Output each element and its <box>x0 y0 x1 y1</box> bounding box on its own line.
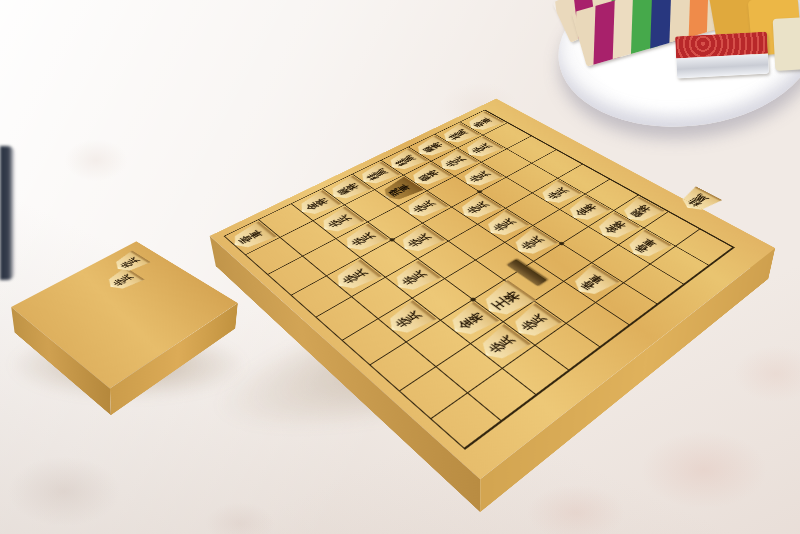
shogi-piece-pawn: 歩兵 <box>380 300 436 339</box>
shogi-piece-bishop-lying-on-side <box>507 259 548 286</box>
shogi-piece-gold: 金将 <box>443 302 500 342</box>
photo-scene: 歩兵歩兵 香車金将銀将桂馬桂馬銀将桂馬香車歩兵飛車銀将歩兵歩兵歩兵歩兵歩兵歩兵歩… <box>0 0 800 534</box>
star-point <box>476 190 483 194</box>
star-point <box>558 241 565 245</box>
board-top-surface: 香車金将銀将桂馬桂馬銀将桂馬香車歩兵飛車銀将歩兵歩兵歩兵歩兵歩兵歩兵歩兵歩兵歩兵… <box>210 99 776 480</box>
shogi-piece-pawn: 歩兵 <box>506 303 563 343</box>
shogi-piece-captured-pawn: 歩兵 <box>101 267 144 293</box>
shogi-piece-pawn: 歩兵 <box>328 259 382 294</box>
shogi-board-scene: 香車金将銀将桂馬桂馬銀将桂馬香車歩兵飛車銀将歩兵歩兵歩兵歩兵歩兵歩兵歩兵歩兵歩兵… <box>150 20 800 480</box>
shogi-piece-knight-on-margin: 桂馬 <box>674 186 722 215</box>
star-point <box>389 238 396 242</box>
shogi-board: 香車金将銀将桂馬桂馬銀将桂馬香車歩兵飛車銀将歩兵歩兵歩兵歩兵歩兵歩兵歩兵歩兵歩兵… <box>210 99 776 480</box>
star-point <box>469 297 477 302</box>
shogi-piece-lance: 香車 <box>566 265 620 301</box>
shogi-piece-king: 王将 <box>475 280 536 322</box>
shogi-piece-pawn: 歩兵 <box>387 261 441 296</box>
shogi-piece-pawn: 歩兵 <box>473 324 531 366</box>
board-grid <box>224 110 735 450</box>
